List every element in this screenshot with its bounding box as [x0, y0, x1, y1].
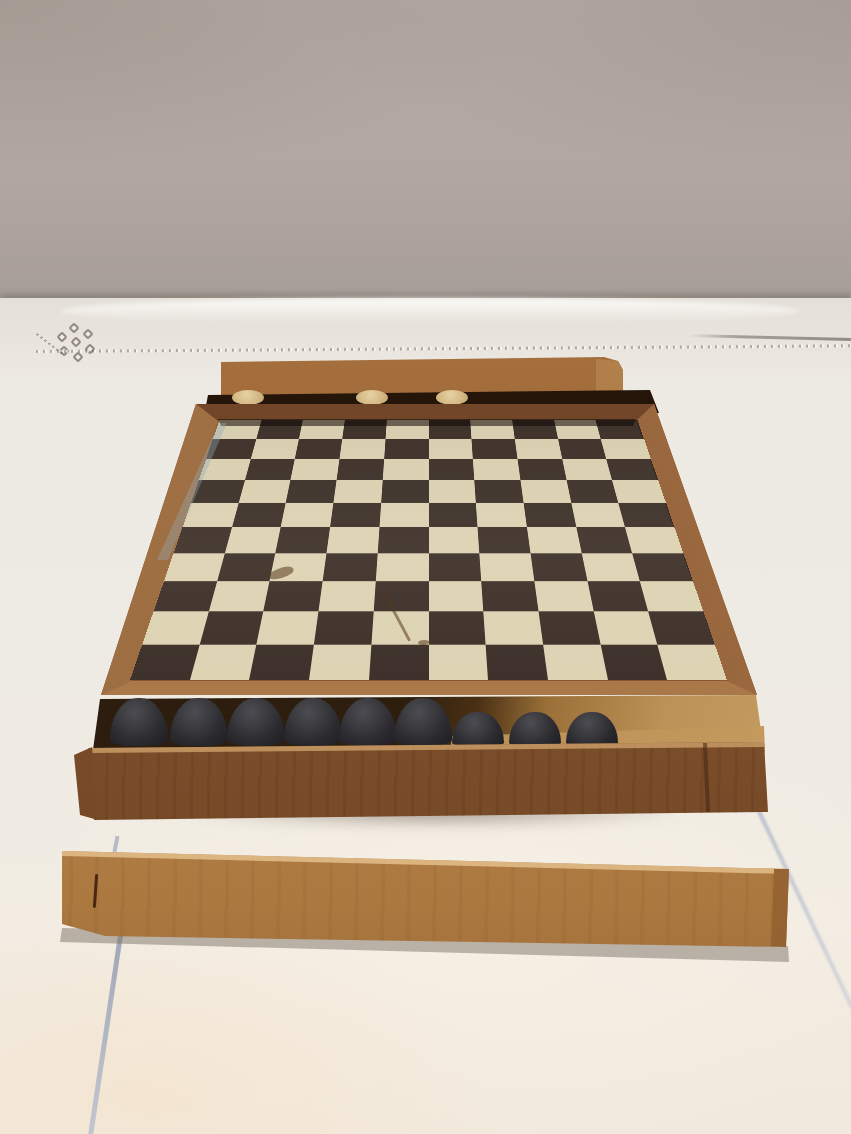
board-cell-r9c9[interactable] [593, 612, 657, 645]
board-cell-r6c1[interactable] [174, 527, 232, 553]
board-cell-r7c2[interactable] [217, 553, 276, 581]
game-box [0, 0, 851, 1134]
board-cell-r7c8[interactable] [530, 553, 587, 581]
board-cell-r5c10[interactable] [618, 503, 674, 527]
board-cell-r3c5[interactable] [383, 459, 429, 480]
board-cell-r3c7[interactable] [473, 459, 520, 480]
board-cell-r2c5[interactable] [384, 439, 428, 459]
board-cell-r4c3[interactable] [286, 480, 337, 503]
board-cell-r8c1[interactable] [154, 581, 217, 611]
board-cell-r10c5[interactable] [369, 644, 429, 680]
board-cell-r7c10[interactable] [632, 553, 693, 581]
board-cell-r10c9[interactable] [600, 644, 667, 680]
board-cell-r8c9[interactable] [587, 581, 648, 611]
board-cell-r4c7[interactable] [474, 480, 523, 503]
board-cell-r10c6[interactable] [429, 644, 489, 680]
board-cell-r2c4[interactable] [340, 439, 386, 459]
board-cell-r6c7[interactable] [478, 527, 531, 553]
board-cell-r9c8[interactable] [538, 612, 600, 645]
board-cell-r4c9[interactable] [566, 480, 618, 503]
board-cell-r6c6[interactable] [429, 527, 480, 553]
board-cell-r8c6[interactable] [429, 581, 484, 611]
board-cell-r5c3[interactable] [281, 503, 334, 527]
board-cell-r8c2[interactable] [209, 581, 270, 611]
light-piece-3[interactable] [436, 390, 468, 405]
board-cell-r3c2[interactable] [245, 459, 295, 480]
board-cell-r5c7[interactable] [476, 503, 527, 527]
board-cell-r2c2[interactable] [251, 439, 300, 459]
board-cell-r8c10[interactable] [640, 581, 703, 611]
board-cell-r3c9[interactable] [562, 459, 612, 480]
board-cell-r10c1[interactable] [130, 644, 199, 680]
board-cell-r5c5[interactable] [379, 503, 428, 527]
light-piece-2[interactable] [356, 390, 388, 405]
board-cell-r3c8[interactable] [517, 459, 566, 480]
photo-scene: Overhead-front photograph of a vintage w… [0, 0, 851, 1134]
board-cell-r6c5[interactable] [378, 527, 429, 553]
board-cell-r2c10[interactable] [601, 439, 651, 459]
board-cell-r10c4[interactable] [309, 644, 371, 680]
board-cell-r9c10[interactable] [648, 612, 714, 645]
board-cell-r9c4[interactable] [314, 612, 374, 645]
board-cell-r10c8[interactable] [543, 644, 608, 680]
board-cell-r5c9[interactable] [571, 503, 625, 527]
board-cell-r8c3[interactable] [264, 581, 323, 611]
board-cell-r6c4[interactable] [327, 527, 380, 553]
board-cell-r4c4[interactable] [333, 480, 382, 503]
board-cell-r4c2[interactable] [238, 480, 290, 503]
board-cell-r9c6[interactable] [429, 612, 486, 645]
board-cell-r7c9[interactable] [581, 553, 640, 581]
board-cell-r10c7[interactable] [486, 644, 548, 680]
board-cell-r6c2[interactable] [225, 527, 281, 553]
board-cell-r2c7[interactable] [472, 439, 518, 459]
board-cell-r5c8[interactable] [523, 503, 576, 527]
light-piece-1[interactable] [232, 390, 264, 405]
board-cell-r4c8[interactable] [520, 480, 571, 503]
board-cell-r9c7[interactable] [483, 612, 543, 645]
board-cell-r3c4[interactable] [337, 459, 384, 480]
board-cell-r7c5[interactable] [376, 553, 429, 581]
board-cell-r8c7[interactable] [481, 581, 538, 611]
board-cell-r8c8[interactable] [534, 581, 593, 611]
board-cell-r9c3[interactable] [257, 612, 319, 645]
board-cell-r7c6[interactable] [429, 553, 482, 581]
board-cell-r7c1[interactable] [164, 553, 225, 581]
board-cell-r5c2[interactable] [232, 503, 286, 527]
board-cell-r8c4[interactable] [319, 581, 376, 611]
board-cell-r7c7[interactable] [479, 553, 534, 581]
board-cell-r6c9[interactable] [576, 527, 632, 553]
board-cell-r7c4[interactable] [323, 553, 378, 581]
board-cell-r10c2[interactable] [190, 644, 257, 680]
board-cell-r2c3[interactable] [295, 439, 342, 459]
board-cell-r2c9[interactable] [558, 439, 607, 459]
board-cell-r2c6[interactable] [429, 439, 473, 459]
board-cell-r3c3[interactable] [291, 459, 340, 480]
board-cell-r6c10[interactable] [625, 527, 683, 553]
board-cell-r6c3[interactable] [276, 527, 331, 553]
board-cell-r2c8[interactable] [515, 439, 562, 459]
board-cell-r10c10[interactable] [657, 644, 727, 680]
board-cell-r9c1[interactable] [142, 612, 208, 645]
board-cell-r3c6[interactable] [429, 459, 475, 480]
board-cell-r9c2[interactable] [199, 612, 263, 645]
board-cell-r3c10[interactable] [606, 459, 658, 480]
board-cell-r6c8[interactable] [527, 527, 582, 553]
board-cell-r4c10[interactable] [612, 480, 666, 503]
board-cell-r4c6[interactable] [429, 480, 476, 503]
board-cell-r4c5[interactable] [381, 480, 429, 503]
board-cell-r10c3[interactable] [249, 644, 314, 680]
board-cell-r5c6[interactable] [429, 503, 478, 527]
board-cell-r5c4[interactable] [330, 503, 381, 527]
board-cell-r8c5[interactable] [374, 581, 429, 611]
